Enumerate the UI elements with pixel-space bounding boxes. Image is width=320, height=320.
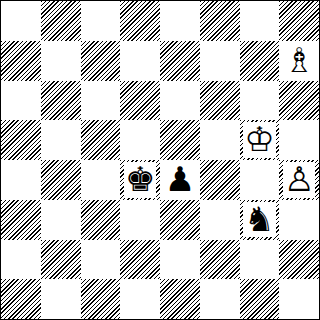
square-b4[interactable] (41, 160, 81, 200)
square-h8[interactable] (279, 1, 319, 41)
square-c1[interactable] (81, 279, 121, 319)
square-c8[interactable] (81, 1, 121, 41)
square-f7[interactable] (200, 41, 240, 81)
chess-board: ♗♔♚♟♙♞ (0, 0, 320, 320)
square-c2[interactable] (81, 240, 121, 280)
square-b5[interactable] (41, 120, 81, 160)
black-knight-piece[interactable]: ♞ (243, 202, 275, 238)
square-b2[interactable] (41, 240, 81, 280)
square-c6[interactable] (81, 81, 121, 121)
square-e7[interactable] (160, 41, 200, 81)
square-d7[interactable] (120, 41, 160, 81)
square-a7[interactable] (1, 41, 41, 81)
square-g4[interactable] (240, 160, 280, 200)
white-king-piece[interactable]: ♔ (243, 122, 275, 158)
square-b1[interactable] (41, 279, 81, 319)
square-d4[interactable]: ♚ (120, 160, 160, 200)
square-d3[interactable] (120, 200, 160, 240)
square-g8[interactable] (240, 1, 280, 41)
square-f3[interactable] (200, 200, 240, 240)
square-a3[interactable] (1, 200, 41, 240)
square-h7[interactable]: ♗ (279, 41, 319, 81)
square-a8[interactable] (1, 1, 41, 41)
square-b3[interactable] (41, 200, 81, 240)
square-e5[interactable] (160, 120, 200, 160)
black-king-piece[interactable]: ♚ (124, 162, 156, 198)
square-c3[interactable] (81, 200, 121, 240)
square-f4[interactable] (200, 160, 240, 200)
square-a2[interactable] (1, 240, 41, 280)
square-e6[interactable] (160, 81, 200, 121)
square-g1[interactable] (240, 279, 280, 319)
square-a4[interactable] (1, 160, 41, 200)
square-h3[interactable] (279, 200, 319, 240)
white-bishop-piece[interactable]: ♗ (283, 43, 315, 79)
square-d8[interactable] (120, 1, 160, 41)
square-b6[interactable] (41, 81, 81, 121)
square-g3[interactable]: ♞ (240, 200, 280, 240)
square-e8[interactable] (160, 1, 200, 41)
square-c4[interactable] (81, 160, 121, 200)
square-h2[interactable] (279, 240, 319, 280)
square-g6[interactable] (240, 81, 280, 121)
square-e4[interactable]: ♟ (160, 160, 200, 200)
square-e2[interactable] (160, 240, 200, 280)
square-f5[interactable] (200, 120, 240, 160)
square-e1[interactable] (160, 279, 200, 319)
square-b8[interactable] (41, 1, 81, 41)
square-a6[interactable] (1, 81, 41, 121)
square-d2[interactable] (120, 240, 160, 280)
square-c5[interactable] (81, 120, 121, 160)
square-d6[interactable] (120, 81, 160, 121)
square-a5[interactable] (1, 120, 41, 160)
square-c7[interactable] (81, 41, 121, 81)
square-d1[interactable] (120, 279, 160, 319)
square-f1[interactable] (200, 279, 240, 319)
square-h4[interactable]: ♙ (279, 160, 319, 200)
square-g2[interactable] (240, 240, 280, 280)
square-b7[interactable] (41, 41, 81, 81)
square-h1[interactable] (279, 279, 319, 319)
black-pawn-piece[interactable]: ♟ (164, 162, 196, 198)
square-g5[interactable]: ♔ (240, 120, 280, 160)
white-pawn-piece[interactable]: ♙ (283, 162, 315, 198)
square-f2[interactable] (200, 240, 240, 280)
square-h6[interactable] (279, 81, 319, 121)
square-a1[interactable] (1, 279, 41, 319)
square-g7[interactable] (240, 41, 280, 81)
square-h5[interactable] (279, 120, 319, 160)
square-e3[interactable] (160, 200, 200, 240)
square-f8[interactable] (200, 1, 240, 41)
square-d5[interactable] (120, 120, 160, 160)
square-f6[interactable] (200, 81, 240, 121)
